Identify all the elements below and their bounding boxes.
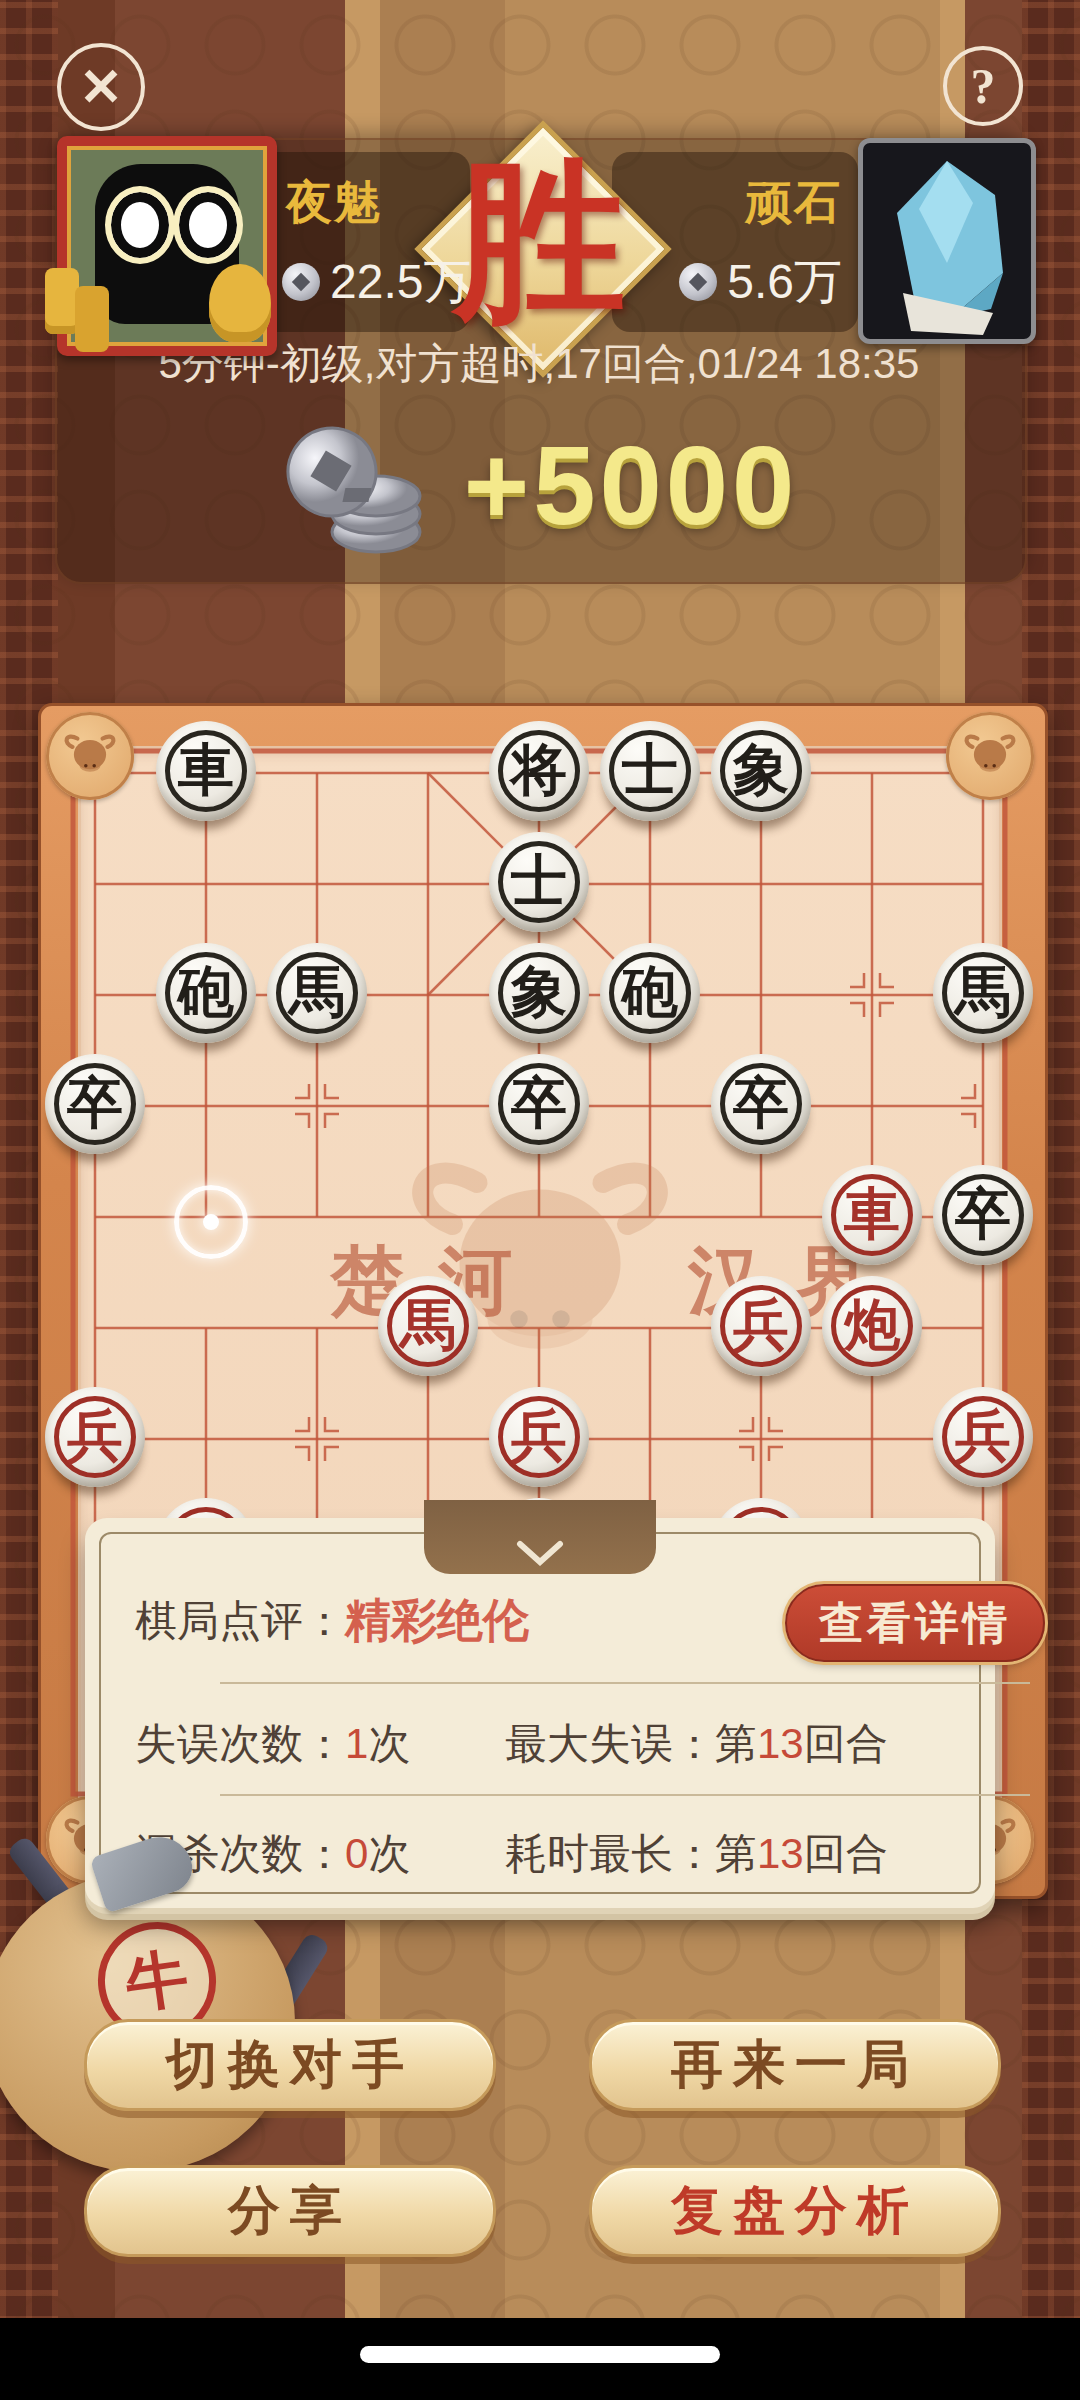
review-rating: 精彩绝伦 [345,1590,529,1652]
firecracker-decoration [75,286,109,352]
reward-row: +5000 [55,410,1023,560]
piece-black-砲: 砲 [600,943,700,1043]
win-badge-character: 胜 [430,128,650,358]
stat-prefix: 第 [715,1826,757,1882]
last-move-marker [174,1185,248,1259]
piece-red-兵: 兵 [489,1387,589,1487]
help-icon: ? [971,57,996,115]
piece-red-兵: 兵 [933,1387,1033,1487]
divider [220,1794,1030,1796]
piece-black-車: 車 [156,721,256,821]
stat-suffix: 回合 [804,1826,888,1882]
piece-black-卒: 卒 [45,1054,145,1154]
view-details-label: 查看详情 [819,1594,1011,1653]
piece-black-象: 象 [711,721,811,821]
home-indicator[interactable] [360,2346,720,2363]
piece-character: 車 [178,733,234,809]
piece-black-士: 士 [600,721,700,821]
piece-character: 砲 [622,955,678,1031]
replay-analysis-label: 复盘分析 [671,2176,919,2246]
biggest-mistake-row: 最大失误：第13回合 [505,1716,888,1772]
bull-medallion-icon [946,712,1034,800]
stat-label: 耗时最长： [505,1826,715,1882]
reward-amount: +5000 [464,421,799,550]
stat-value: 1 [345,1720,368,1768]
play-again-button[interactable]: 再来一局 [589,2019,1001,2111]
left-player-name: 夜魅 [286,172,382,234]
piece-red-炮: 炮 [822,1276,922,1376]
piece-black-卒: 卒 [489,1054,589,1154]
piece-black-砲: 砲 [156,943,256,1043]
piece-character: 砲 [178,955,234,1031]
piece-character: 卒 [67,1066,123,1142]
share-label: 分享 [228,2176,352,2246]
piece-red-兵: 兵 [711,1276,811,1376]
piece-black-卒: 卒 [933,1165,1033,1265]
piece-character: 兵 [955,1399,1011,1475]
switch-opponent-button[interactable]: 切换对手 [84,2019,496,2111]
switch-opponent-label: 切换对手 [166,2030,414,2100]
mistakes-row: 失误次数：1次 [135,1716,410,1772]
coin-icon [679,263,717,301]
stat-suffix: 回合 [804,1716,888,1772]
piece-character: 兵 [67,1399,123,1475]
game-review-panel: 棋局点评： 精彩绝伦 查看详情 失误次数：1次 最大失误：第13回合 漏杀次数：… [85,1518,995,1908]
piece-black-象: 象 [489,943,589,1043]
stat-value: 13 [757,1720,804,1768]
left-player-avatar[interactable] [57,136,277,356]
piece-red-兵: 兵 [45,1387,145,1487]
stat-value: 13 [757,1830,804,1878]
review-label: 棋局点评： [135,1593,345,1649]
gold-rabbit-decoration [209,264,271,342]
right-player-avatar[interactable] [858,138,1036,344]
play-again-label: 再来一局 [671,2030,919,2100]
piece-black-馬: 馬 [933,943,1033,1043]
piece-character: 兵 [511,1399,567,1475]
piece-black-卒: 卒 [711,1054,811,1154]
piece-black-将: 将 [489,721,589,821]
piece-character: 士 [511,844,567,920]
ox-character: 牛 [120,1935,193,2027]
view-details-button[interactable]: 查看详情 [785,1584,1045,1662]
review-rating-row: 棋局点评： 精彩绝伦 [135,1590,529,1652]
panel-collapse-tab[interactable] [424,1500,656,1574]
piece-character: 象 [733,733,789,809]
stat-label: 最大失误： [505,1716,715,1772]
piece-black-士: 士 [489,832,589,932]
share-button[interactable]: 分享 [84,2165,496,2257]
replay-analysis-button[interactable]: 复盘分析 [589,2165,1001,2257]
coin-icon [282,263,320,301]
piece-character: 炮 [844,1288,900,1364]
piece-character: 士 [622,733,678,809]
cat-eye [173,186,243,264]
piece-character: 馬 [955,955,1011,1031]
piece-character: 将 [511,733,567,809]
piece-character: 卒 [511,1066,567,1142]
help-button[interactable]: ? [943,46,1023,126]
chevron-down-icon [514,1540,566,1566]
piece-character: 馬 [289,955,345,1031]
close-icon: ✕ [79,57,123,117]
bull-medallion-icon [46,712,134,800]
piece-character: 卒 [733,1066,789,1142]
firecracker-decoration [45,268,79,334]
stat-value: 0 [345,1830,368,1878]
piece-black-馬: 馬 [267,943,367,1043]
stat-prefix: 第 [715,1716,757,1772]
piece-red-馬: 馬 [378,1276,478,1376]
divider [220,1682,1030,1684]
piece-character: 馬 [400,1288,456,1364]
piece-character: 車 [844,1177,900,1253]
close-button[interactable]: ✕ [57,43,145,131]
piece-character: 卒 [955,1177,1011,1253]
piece-character: 象 [511,955,567,1031]
crystal-image [863,143,1031,339]
match-result-screen: ✕ ? 夜魅 22.5万 顽石 5.6万 胜 5分钟-初级,对方超时,17回合,… [0,0,1080,2400]
stat-suffix: 次 [368,1716,410,1772]
piece-red-車: 車 [822,1165,922,1265]
right-coin-value: 5.6万 [727,250,842,314]
stat-suffix: 次 [368,1826,410,1882]
longest-think-row: 耗时最长：第13回合 [505,1826,888,1882]
coin-stack-icon [280,410,440,560]
stat-label: 失误次数： [135,1716,345,1772]
piece-character: 兵 [733,1288,789,1364]
cat-eye [105,186,175,264]
